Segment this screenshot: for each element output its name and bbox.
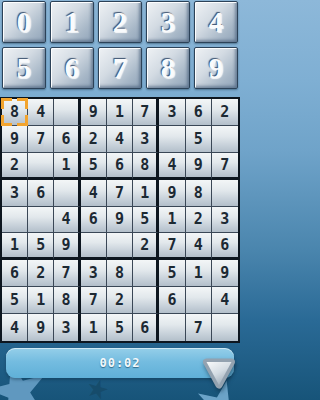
sudoku-cell[interactable]: 5: [2, 287, 28, 314]
sudoku-cell[interactable]: 3: [212, 207, 238, 234]
sudoku-cell[interactable]: 1: [186, 260, 212, 287]
keypad-button-1[interactable]: 1: [50, 1, 94, 43]
sudoku-cell[interactable]: 3: [54, 314, 80, 341]
sudoku-cell[interactable]: 1: [2, 233, 28, 260]
sudoku-cell[interactable]: 9: [28, 314, 54, 341]
keypad-button-0[interactable]: 0: [2, 1, 46, 43]
keypad-button-3[interactable]: 3: [146, 1, 190, 43]
sudoku-cell[interactable]: 9: [81, 99, 107, 126]
sudoku-cell[interactable]: 7: [54, 260, 80, 287]
sudoku-cell[interactable]: 3: [133, 126, 159, 153]
sudoku-cell[interactable]: 4: [159, 153, 185, 180]
sudoku-cell[interactable]: 2: [186, 207, 212, 234]
sudoku-cell[interactable]: 4: [2, 314, 28, 341]
sudoku-cell[interactable]: 6: [212, 233, 238, 260]
sudoku-cell[interactable]: 5: [186, 126, 212, 153]
sudoku-cell[interactable]: 6: [81, 207, 107, 234]
sudoku-cell[interactable]: 6: [54, 126, 80, 153]
sudoku-cell[interactable]: 4: [107, 126, 133, 153]
sudoku-cell[interactable]: 9: [159, 180, 185, 207]
sudoku-cell[interactable]: 7: [28, 126, 54, 153]
down-arrow-icon: [200, 355, 238, 395]
sudoku-cell[interactable]: 6: [2, 260, 28, 287]
sudoku-cell[interactable]: 6: [133, 314, 159, 341]
sudoku-cell[interactable]: 1: [54, 153, 80, 180]
sudoku-cell[interactable]: [212, 126, 238, 153]
sudoku-cell[interactable]: 4: [28, 99, 54, 126]
sudoku-cell[interactable]: [212, 314, 238, 341]
keypad-button-4[interactable]: 4: [194, 1, 238, 43]
sudoku-cell[interactable]: 9: [107, 207, 133, 234]
sudoku-cell[interactable]: 4: [54, 207, 80, 234]
sudoku-cell[interactable]: 7: [186, 314, 212, 341]
sudoku-cell[interactable]: 9: [186, 153, 212, 180]
sudoku-cell[interactable]: 9: [2, 126, 28, 153]
sudoku-cell[interactable]: 1: [133, 180, 159, 207]
sudoku-cell[interactable]: 1: [81, 314, 107, 341]
sudoku-cell[interactable]: 2: [81, 126, 107, 153]
sudoku-cell[interactable]: 2: [107, 287, 133, 314]
sudoku-cell[interactable]: [28, 207, 54, 234]
sudoku-cell[interactable]: 8: [107, 260, 133, 287]
sudoku-cell[interactable]: 7: [107, 180, 133, 207]
hide-panel-button[interactable]: [200, 355, 238, 395]
sudoku-cell[interactable]: [159, 314, 185, 341]
keypad-button-7[interactable]: 7: [98, 47, 142, 89]
keypad-button-6[interactable]: 6: [50, 47, 94, 89]
sudoku-cell[interactable]: [186, 287, 212, 314]
sudoku-cell[interactable]: [159, 126, 185, 153]
sudoku-cell[interactable]: 1: [159, 207, 185, 234]
sudoku-cell[interactable]: [54, 180, 80, 207]
keypad-button-9[interactable]: 9: [194, 47, 238, 89]
keypad-button-5[interactable]: 5: [2, 47, 46, 89]
sudoku-cell[interactable]: 7: [212, 153, 238, 180]
keypad-button-8[interactable]: 8: [146, 47, 190, 89]
sudoku-cell[interactable]: 6: [28, 180, 54, 207]
sudoku-cell[interactable]: 5: [133, 207, 159, 234]
sudoku-cell[interactable]: 5: [81, 153, 107, 180]
sudoku-cell[interactable]: 3: [81, 260, 107, 287]
selection-cursor: [1, 98, 28, 126]
sudoku-cell[interactable]: 2: [212, 99, 238, 126]
sudoku-cell[interactable]: 4: [212, 287, 238, 314]
sudoku-cell[interactable]: 4: [81, 180, 107, 207]
sudoku-cell[interactable]: 9: [54, 233, 80, 260]
sudoku-cell[interactable]: 7: [133, 99, 159, 126]
sudoku-cell[interactable]: 6: [186, 99, 212, 126]
timer-text: 00:02: [99, 356, 140, 370]
sudoku-cell[interactable]: 1: [107, 99, 133, 126]
sudoku-cell[interactable]: 8: [54, 287, 80, 314]
sudoku-cell[interactable]: [133, 260, 159, 287]
number-keypad: 0123456789: [0, 0, 240, 90]
sudoku-cell[interactable]: 1: [28, 287, 54, 314]
sudoku-cell[interactable]: 5: [28, 233, 54, 260]
sudoku-cell[interactable]: 2: [28, 260, 54, 287]
sudoku-cell[interactable]: [212, 180, 238, 207]
sudoku-cell[interactable]: 2: [2, 153, 28, 180]
sudoku-cell[interactable]: 2: [133, 233, 159, 260]
sudoku-cell[interactable]: 6: [159, 287, 185, 314]
sudoku-cell[interactable]: 8: [2, 99, 28, 126]
sudoku-cell[interactable]: 4: [186, 233, 212, 260]
sudoku-cell[interactable]: [54, 99, 80, 126]
sudoku-cell[interactable]: 3: [159, 99, 185, 126]
sudoku-cell[interactable]: [107, 233, 133, 260]
sudoku-board: 8491736297624352156849736471984695123159…: [0, 97, 240, 343]
keypad-button-2[interactable]: 2: [98, 1, 142, 43]
sudoku-cell[interactable]: 9: [212, 260, 238, 287]
sudoku-cell[interactable]: 8: [186, 180, 212, 207]
sudoku-cell[interactable]: [28, 153, 54, 180]
sudoku-cell[interactable]: 8: [133, 153, 159, 180]
sudoku-cell[interactable]: 5: [159, 260, 185, 287]
sudoku-cell[interactable]: [133, 287, 159, 314]
sudoku-cell[interactable]: 6: [107, 153, 133, 180]
sudoku-cell[interactable]: 7: [81, 287, 107, 314]
sudoku-cell[interactable]: 7: [159, 233, 185, 260]
sudoku-cell[interactable]: [81, 233, 107, 260]
sudoku-cell[interactable]: 5: [107, 314, 133, 341]
sudoku-cell[interactable]: [2, 207, 28, 234]
sudoku-cell[interactable]: 3: [2, 180, 28, 207]
